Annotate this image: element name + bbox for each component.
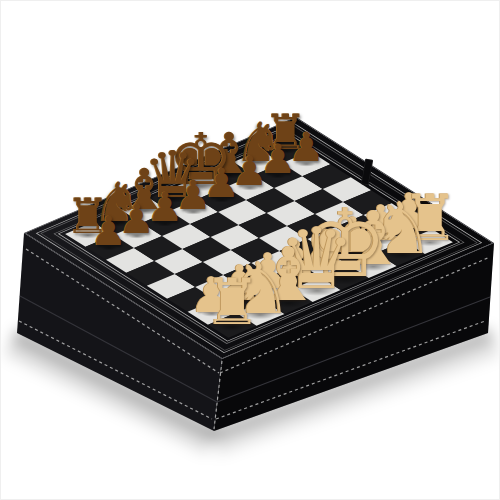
chess-set-product-photo: ♜♞♝♛♚♝♞♜♟♟♟♟♟♟♟♟♟♟♟♟♟♟♟♟♜♞♝♛♚♝♞♜	[0, 0, 500, 500]
